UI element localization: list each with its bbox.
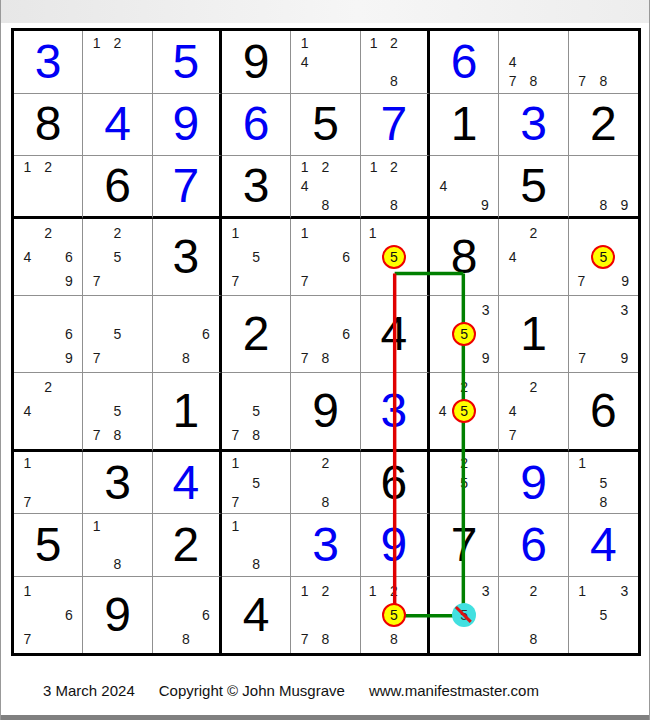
empty-pencil-slot (17, 375, 38, 399)
cell-r6c5[interactable]: 9 (291, 373, 360, 452)
empty-pencil-slot (593, 322, 614, 346)
given-digit: 6 (104, 162, 131, 210)
empty-pencil-slot (38, 346, 59, 370)
cell-r9c9[interactable]: 135 (569, 577, 638, 653)
empty-pencil-slot (59, 454, 80, 473)
empty-pencil-slot (107, 346, 128, 370)
cell-r2c3[interactable]: 9 (153, 94, 222, 157)
empty-pencil-slot (267, 473, 288, 492)
empty-pencil-slot (364, 71, 384, 90)
pencil-mark: 5 (246, 473, 267, 492)
empty-pencil-slot (38, 473, 59, 492)
cell-r2c6[interactable]: 7 (361, 94, 430, 157)
given-digit: 7 (451, 521, 478, 569)
cell-r9c5[interactable]: 1278 (291, 577, 360, 653)
empty-pencil-slot (156, 579, 176, 603)
empty-pencil-slot (614, 52, 635, 71)
empty-pencil-slot (572, 158, 593, 177)
cell-r8c9[interactable]: 4 (569, 514, 638, 577)
empty-pencil-slot (364, 245, 382, 269)
cell-r1c7[interactable]: 6 (430, 31, 499, 94)
solved-digit: 4 (590, 521, 617, 569)
pencil-mark: 1 (225, 221, 246, 245)
empty-pencil-slot (476, 603, 495, 627)
cell-r5c4[interactable]: 2 (222, 296, 291, 373)
pencil-mark: 4 (433, 399, 452, 423)
empty-pencil-slot (336, 33, 357, 52)
pencil-mark: 2 (523, 221, 544, 245)
cell-r6c7[interactable]: 245 (430, 373, 499, 452)
cell-r5c1[interactable]: 69 (14, 296, 83, 373)
given-digit: 2 (590, 100, 617, 148)
empty-pencil-slot (433, 603, 452, 627)
cell-r7c3[interactable]: 4 (153, 452, 222, 515)
cell-r1c1[interactable]: 3 (14, 31, 83, 94)
cell-r9c2[interactable]: 9 (83, 577, 152, 653)
cell-r4c9[interactable]: 579 (569, 219, 638, 296)
empty-pencil-slot (128, 346, 149, 370)
empty-pencil-slot (86, 298, 107, 322)
empty-pencil-slot (156, 603, 176, 627)
pencil-mark: 2 (523, 579, 544, 603)
pencil-mark: 8 (176, 346, 196, 370)
pencil-mark: 5 (107, 399, 128, 423)
empty-pencil-slot (336, 492, 357, 511)
cell-r3c2[interactable]: 6 (83, 156, 152, 219)
empty-pencil-slot (176, 298, 196, 322)
given-digit: 3 (104, 459, 131, 507)
cell-r3c5[interactable]: 1248 (291, 156, 360, 219)
pencil-mark: 1 (364, 158, 384, 177)
empty-pencil-slot (59, 492, 80, 511)
empty-pencil-slot (614, 473, 635, 492)
cell-r6c2[interactable]: 578 (83, 373, 152, 452)
empty-pencil-slot (315, 322, 336, 346)
pencil-mark: 1 (225, 454, 246, 473)
empty-pencil-slot (544, 603, 565, 627)
empty-pencil-slot (614, 33, 635, 52)
given-digit: 3 (243, 162, 270, 210)
empty-pencil-slot (364, 269, 382, 293)
empty-pencil-slot (406, 221, 424, 245)
empty-pencil-slot (128, 269, 149, 293)
empty-pencil-slot (246, 454, 267, 473)
cell-r2c5[interactable]: 5 (291, 94, 360, 157)
empty-pencil-slot (614, 158, 635, 177)
empty-pencil-slot (294, 492, 315, 511)
window-bottom-bar (1, 715, 649, 720)
empty-pencil-slot (406, 627, 424, 651)
empty-pencil-slot (404, 158, 424, 177)
empty-pencil-slot (86, 536, 107, 555)
empty-pencil-slot (502, 375, 523, 399)
empty-pencil-slot (336, 627, 357, 651)
cell-r6c6[interactable]: 3 (361, 373, 430, 452)
empty-pencil-slot (17, 423, 38, 447)
empty-pencil-slot (128, 221, 149, 245)
empty-pencil-slot (315, 221, 336, 245)
empty-pencil-slot (59, 627, 80, 651)
empty-pencil-slot (38, 195, 59, 214)
empty-pencil-slot (267, 454, 288, 473)
empty-pencil-slot (336, 52, 357, 71)
empty-pencil-slot (475, 492, 496, 511)
cell-r8c5[interactable]: 3 (291, 514, 360, 577)
empty-pencil-slot (246, 492, 267, 511)
empty-pencil-slot (544, 33, 565, 52)
empty-pencil-slot (128, 399, 149, 423)
cell-r6c3[interactable]: 1 (153, 373, 222, 452)
empty-pencil-slot (406, 245, 424, 269)
empty-pencil-slot (225, 399, 246, 423)
pencil-mark: 5 (246, 245, 267, 269)
pencil-mark: 4 (502, 52, 523, 71)
given-digit: 4 (380, 310, 407, 358)
pencil-mark: 1 (17, 454, 38, 473)
cell-r2c4[interactable]: 6 (222, 94, 291, 157)
empty-pencil-slot (544, 221, 565, 245)
empty-pencil-slot (176, 579, 196, 603)
empty-pencil-slot (475, 177, 496, 196)
chain-node-candidate: 5 (382, 245, 406, 269)
empty-pencil-slot (38, 454, 59, 473)
pencil-mark: 7 (294, 269, 315, 293)
empty-pencil-slot (336, 454, 357, 473)
empty-pencil-slot (593, 627, 614, 651)
empty-pencil-slot (86, 71, 107, 90)
pencil-mark: 7 (17, 492, 38, 511)
pencil-mark: 8 (246, 555, 267, 574)
empty-pencil-slot (128, 33, 149, 52)
empty-pencil-slot (476, 399, 495, 423)
empty-pencil-slot (128, 555, 149, 574)
pencil-mark: 2 (107, 221, 128, 245)
empty-pencil-slot (107, 298, 128, 322)
cell-r9c4[interactable]: 4 (222, 577, 291, 653)
empty-pencil-slot (433, 158, 454, 177)
empty-pencil-slot (196, 627, 216, 651)
empty-pencil-slot (267, 555, 288, 574)
chain-node-candidate: 5 (382, 603, 406, 627)
empty-pencil-slot (246, 221, 267, 245)
cell-r7c1[interactable]: 17 (14, 452, 83, 515)
cell-r9c8[interactable]: 28 (499, 577, 568, 653)
cell-r3c4[interactable]: 3 (222, 156, 291, 219)
empty-pencil-slot (294, 473, 315, 492)
cell-r5c8[interactable]: 1 (499, 296, 568, 373)
cell-r1c9[interactable]: 78 (569, 31, 638, 94)
empty-pencil-slot (593, 454, 614, 473)
pencil-mark: 6 (59, 603, 80, 627)
cell-r2c9[interactable]: 2 (569, 94, 638, 157)
empty-pencil-slot (404, 195, 424, 214)
cell-r4c5[interactable]: 167 (291, 219, 360, 296)
cell-r5c9[interactable]: 379 (569, 296, 638, 373)
empty-pencil-slot (38, 423, 59, 447)
cell-r5c5[interactable]: 678 (291, 296, 360, 373)
empty-pencil-slot (294, 603, 315, 627)
chain-node-candidate: 5 (452, 399, 476, 423)
cell-r8c8[interactable]: 6 (499, 514, 568, 577)
solved-digit: 4 (104, 100, 131, 148)
pencil-mark: 1 (225, 516, 246, 535)
pencil-mark: 7 (572, 71, 593, 90)
cell-r7c9[interactable]: 158 (569, 452, 638, 515)
cell-r7c7[interactable]: 25 (430, 452, 499, 515)
given-digit: 8 (451, 233, 478, 281)
empty-pencil-slot (225, 555, 246, 574)
pencil-mark: 8 (176, 627, 196, 651)
cell-r1c4[interactable]: 9 (222, 31, 291, 94)
cell-r5c3[interactable]: 68 (153, 296, 222, 373)
cell-r8c7[interactable]: 7 (430, 514, 499, 577)
empty-pencil-slot (591, 221, 615, 245)
footer-website[interactable]: www.manifestmaster.com (369, 682, 539, 699)
empty-pencil-slot (433, 492, 454, 511)
empty-pencil-slot (614, 454, 635, 473)
empty-pencil-slot (433, 322, 452, 346)
given-digit: 1 (520, 310, 547, 358)
cell-r4c2[interactable]: 257 (83, 219, 152, 296)
cell-r3c9[interactable]: 89 (569, 156, 638, 219)
empty-pencil-slot (246, 536, 267, 555)
empty-pencil-slot (128, 516, 149, 535)
empty-pencil-slot (433, 195, 454, 214)
cell-r8c2[interactable]: 18 (83, 514, 152, 577)
empty-pencil-slot (336, 298, 357, 322)
cell-r3c1[interactable]: 12 (14, 156, 83, 219)
cell-r4c6[interactable]: 15 (361, 219, 430, 296)
cell-r2c7[interactable]: 1 (430, 94, 499, 157)
empty-pencil-slot (572, 221, 592, 245)
pencil-mark: 2 (315, 158, 336, 177)
given-digit: 5 (35, 521, 62, 569)
cell-r2c8[interactable]: 3 (499, 94, 568, 157)
cell-r4c7[interactable]: 8 (430, 219, 499, 296)
empty-pencil-slot (336, 473, 357, 492)
empty-pencil-slot (614, 492, 635, 511)
empty-pencil-slot (433, 473, 454, 492)
empty-pencil-slot (364, 177, 384, 196)
footer: 3 March 2024 Copyright © John Musgrave w… (43, 682, 539, 699)
cell-r7c4[interactable]: 157 (222, 452, 291, 515)
given-digit: 9 (243, 38, 270, 86)
empty-pencil-slot (128, 322, 149, 346)
given-digit: 6 (380, 459, 407, 507)
empty-pencil-slot (267, 375, 288, 399)
cell-r3c7[interactable]: 49 (430, 156, 499, 219)
pencil-mark: 2 (523, 375, 544, 399)
empty-pencil-slot (523, 603, 544, 627)
empty-pencil-slot (17, 298, 38, 322)
cell-r6c8[interactable]: 247 (499, 373, 568, 452)
empty-pencil-slot (38, 269, 59, 293)
cell-r3c6[interactable]: 128 (361, 156, 430, 219)
empty-pencil-slot (128, 536, 149, 555)
cell-r4c1[interactable]: 2469 (14, 219, 83, 296)
pencil-mark: 8 (107, 555, 128, 574)
pencil-mark: 7 (225, 492, 246, 511)
empty-pencil-slot (336, 221, 357, 245)
window-top-bar (1, 0, 649, 23)
empty-pencil-slot (476, 423, 495, 447)
empty-pencil-slot (364, 603, 382, 627)
sudoku-board: 3125914128647878849657132126731248128495… (11, 28, 641, 656)
cell-r6c4[interactable]: 578 (222, 373, 291, 452)
cell-r6c1[interactable]: 24 (14, 373, 83, 452)
empty-pencil-slot (17, 195, 38, 214)
empty-pencil-slot (404, 71, 424, 90)
pencil-mark: 8 (384, 195, 404, 214)
empty-pencil-slot (572, 603, 593, 627)
empty-pencil-slot (267, 221, 288, 245)
pencil-mark: 3 (614, 298, 635, 322)
empty-pencil-slot (614, 71, 635, 90)
empty-pencil-slot (476, 627, 495, 651)
empty-pencil-slot (107, 71, 128, 90)
empty-pencil-slot (59, 177, 80, 196)
empty-pencil-slot (572, 52, 593, 71)
empty-pencil-slot (38, 399, 59, 423)
empty-pencil-slot (294, 71, 315, 90)
given-digit: 1 (172, 387, 199, 435)
empty-pencil-slot (156, 627, 176, 651)
cell-r7c2[interactable]: 3 (83, 452, 152, 515)
empty-pencil-slot (86, 52, 107, 71)
pencil-mark: 2 (38, 221, 59, 245)
cell-r9c3[interactable]: 68 (153, 577, 222, 653)
pencil-mark: 6 (196, 322, 216, 346)
empty-pencil-slot (452, 579, 476, 603)
empty-pencil-slot (544, 423, 565, 447)
empty-pencil-slot (336, 71, 357, 90)
pencil-mark: 9 (614, 195, 635, 214)
empty-pencil-slot (544, 627, 565, 651)
pencil-mark: 4 (502, 399, 523, 423)
empty-pencil-slot (246, 375, 267, 399)
pencil-mark: 5 (593, 603, 614, 627)
cell-r7c5[interactable]: 28 (291, 452, 360, 515)
cell-r3c8[interactable]: 5 (499, 156, 568, 219)
cell-r4c8[interactable]: 24 (499, 219, 568, 296)
cell-r8c3[interactable]: 2 (153, 514, 222, 577)
empty-pencil-slot (38, 298, 59, 322)
empty-pencil-slot (406, 269, 424, 293)
empty-pencil-slot (86, 322, 107, 346)
empty-pencil-slot (523, 269, 544, 293)
cell-r9c1[interactable]: 167 (14, 577, 83, 653)
pencil-mark: 6 (59, 245, 80, 269)
empty-pencil-slot (267, 269, 288, 293)
cell-r3c3[interactable]: 7 (153, 156, 222, 219)
cell-r1c5[interactable]: 14 (291, 31, 360, 94)
pencil-mark: 2 (452, 375, 476, 399)
cell-r7c6[interactable]: 6 (361, 452, 430, 515)
empty-pencil-slot (572, 195, 593, 214)
empty-pencil-slot (502, 603, 523, 627)
pencil-mark: 1 (572, 579, 593, 603)
empty-pencil-slot (225, 536, 246, 555)
empty-pencil-slot (59, 158, 80, 177)
sudoku-grid: 3125914128647878849657132126731248128495… (14, 31, 638, 653)
cell-r1c3[interactable]: 5 (153, 31, 222, 94)
pencil-mark: 1 (364, 221, 382, 245)
empty-pencil-slot (17, 322, 38, 346)
empty-pencil-slot (364, 52, 384, 71)
cell-r5c6[interactable]: 4 (361, 296, 430, 373)
solved-digit: 9 (520, 459, 547, 507)
cell-r4c4[interactable]: 157 (222, 219, 291, 296)
cell-r8c6[interactable]: 9 (361, 514, 430, 577)
pencil-mark: 1 (86, 516, 107, 535)
pencil-mark: 3 (614, 579, 635, 603)
empty-pencil-slot (196, 298, 216, 322)
pencil-mark: 1 (294, 221, 315, 245)
empty-pencil-slot (433, 579, 452, 603)
solved-digit: 7 (380, 100, 407, 148)
empty-pencil-slot (475, 473, 496, 492)
given-digit: 9 (312, 387, 339, 435)
empty-pencil-slot (544, 245, 565, 269)
cell-r5c7[interactable]: 359 (430, 296, 499, 373)
empty-pencil-slot (476, 322, 495, 346)
empty-pencil-slot (433, 346, 452, 370)
empty-pencil-slot (107, 536, 128, 555)
cell-r9c7[interactable]: 35 (430, 577, 499, 653)
empty-pencil-slot (59, 399, 80, 423)
empty-pencil-slot (523, 52, 544, 71)
empty-pencil-slot (364, 195, 384, 214)
empty-pencil-slot (454, 195, 475, 214)
cell-r1c2[interactable]: 12 (83, 31, 152, 94)
empty-pencil-slot (502, 33, 523, 52)
empty-pencil-slot (572, 33, 593, 52)
empty-pencil-slot (315, 603, 336, 627)
empty-pencil-slot (59, 579, 80, 603)
pencil-mark: 7 (502, 71, 523, 90)
empty-pencil-slot (572, 245, 592, 269)
pencil-mark: 7 (86, 423, 107, 447)
empty-pencil-slot (59, 221, 80, 245)
cell-r1c8[interactable]: 478 (499, 31, 568, 94)
cell-r2c1[interactable]: 8 (14, 94, 83, 157)
pencil-mark: 1 (294, 579, 315, 603)
cell-r7c8[interactable]: 9 (499, 452, 568, 515)
pencil-mark: 8 (315, 346, 336, 370)
empty-pencil-slot (433, 454, 454, 473)
cell-r5c2[interactable]: 57 (83, 296, 152, 373)
empty-pencil-slot (433, 423, 452, 447)
empty-pencil-slot (128, 52, 149, 71)
cell-r8c4[interactable]: 18 (222, 514, 291, 577)
empty-pencil-slot (452, 346, 476, 370)
cell-r4c3[interactable]: 3 (153, 219, 222, 296)
empty-pencil-slot (128, 71, 149, 90)
cell-r9c6[interactable]: 1258 (361, 577, 430, 653)
pencil-mark: 4 (502, 245, 523, 269)
cell-r2c2[interactable]: 4 (83, 94, 152, 157)
cell-r6c9[interactable]: 6 (569, 373, 638, 452)
cell-r8c1[interactable]: 5 (14, 514, 83, 577)
empty-pencil-slot (128, 423, 149, 447)
empty-pencil-slot (86, 221, 107, 245)
empty-pencil-slot (404, 177, 424, 196)
pencil-mark: 1 (86, 33, 107, 52)
cell-r1c6[interactable]: 128 (361, 31, 430, 94)
empty-pencil-slot (59, 298, 80, 322)
pencil-mark: 7 (294, 627, 315, 651)
pencil-mark: 5 (454, 473, 475, 492)
